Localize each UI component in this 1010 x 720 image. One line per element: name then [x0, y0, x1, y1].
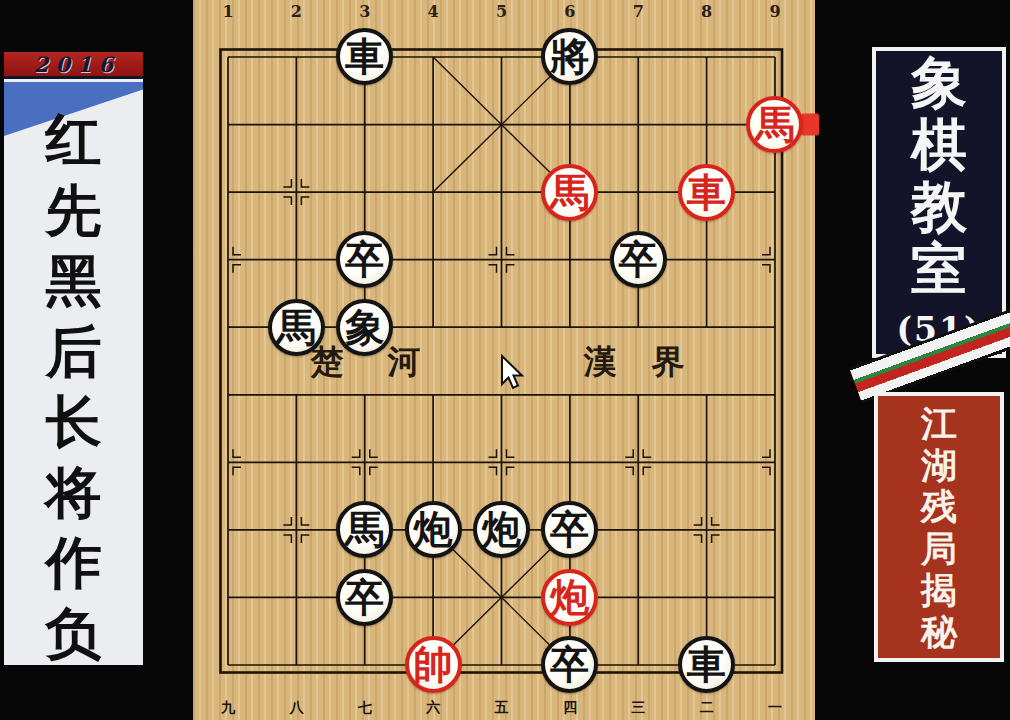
file-label-top: 4 [418, 2, 448, 21]
year-badge: 2016 [4, 52, 143, 79]
video-frame: { "game": "xiangqi", "position": { "fen"… [0, 0, 1010, 720]
left-banner-char: 作 [46, 533, 102, 591]
file-label-top: 1 [213, 2, 243, 21]
red-piece-車[interactable]: 車 [678, 164, 735, 221]
black-piece-車[interactable]: 車 [336, 28, 393, 85]
left-banner-text: 红先黑后长将作负 [4, 110, 143, 662]
left-banner-char: 负 [46, 604, 102, 662]
right-top-banner-char: 室 [911, 237, 967, 299]
red-piece-馬[interactable]: 馬 [746, 96, 803, 153]
black-piece-馬[interactable]: 馬 [268, 299, 325, 356]
file-label-bottom: 八 [281, 699, 311, 717]
right-top-banner-char: 棋 [911, 113, 967, 175]
left-banner-char: 长 [46, 392, 102, 450]
red-piece-炮[interactable]: 炮 [541, 569, 598, 626]
file-label-top: 6 [555, 2, 585, 21]
left-banner-char: 红 [46, 110, 102, 168]
black-piece-炮[interactable]: 炮 [405, 501, 462, 558]
black-piece-將[interactable]: 將 [541, 28, 598, 85]
left-banner-char: 将 [46, 463, 102, 521]
file-label-top: 5 [487, 2, 517, 21]
file-label-bottom: 七 [350, 699, 380, 717]
black-piece-象[interactable]: 象 [336, 299, 393, 356]
file-label-bottom: 三 [623, 699, 653, 717]
mouse-cursor-icon [497, 354, 527, 392]
file-label-top: 2 [281, 2, 311, 21]
right-bottom-banner-char: 揭 [921, 570, 957, 608]
file-label-bottom: 九 [213, 699, 243, 717]
black-piece-卒[interactable]: 卒 [610, 231, 667, 288]
red-piece-帥[interactable]: 帥 [405, 636, 462, 693]
file-label-top: 9 [760, 2, 790, 21]
left-banner-char: 后 [46, 322, 102, 380]
file-label-bottom: 一 [760, 699, 790, 717]
file-label-top: 7 [623, 2, 653, 21]
left-banner: 2016 红先黑后长将作负 [4, 52, 143, 665]
left-banner-char: 先 [46, 181, 102, 239]
right-bottom-banner-char: 湖 [921, 446, 957, 484]
black-piece-炮[interactable]: 炮 [473, 501, 530, 558]
black-piece-卒[interactable]: 卒 [336, 569, 393, 626]
file-label-bottom: 六 [418, 699, 448, 717]
right-bottom-banner-char: 秘 [921, 612, 957, 650]
right-bottom-banner: 江湖残局揭秘 [874, 392, 1004, 662]
black-piece-車[interactable]: 車 [678, 636, 735, 693]
right-top-banner: 象棋教室(51) [872, 47, 1006, 358]
right-bottom-banner-char: 局 [921, 529, 957, 567]
right-bottom-banner-char: 残 [921, 487, 957, 525]
file-label-top: 3 [350, 2, 380, 21]
right-bottom-banner-char: 江 [921, 404, 957, 442]
file-label-bottom: 四 [555, 699, 585, 717]
file-label-bottom: 五 [487, 699, 517, 717]
black-piece-卒[interactable]: 卒 [336, 231, 393, 288]
left-banner-char: 黑 [46, 251, 102, 309]
red-piece-馬[interactable]: 馬 [541, 164, 598, 221]
file-label-bottom: 二 [692, 699, 722, 717]
black-piece-卒[interactable]: 卒 [541, 636, 598, 693]
right-top-banner-char: 象 [911, 51, 967, 113]
black-piece-馬[interactable]: 馬 [336, 501, 393, 558]
right-top-banner-char: 教 [911, 175, 967, 237]
black-piece-卒[interactable]: 卒 [541, 501, 598, 558]
file-label-top: 8 [692, 2, 722, 21]
